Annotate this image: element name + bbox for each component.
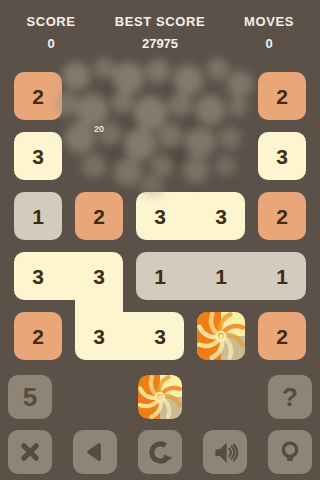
tile-number: 2: [93, 205, 105, 229]
restart-button[interactable]: [138, 430, 182, 474]
tile-number: 2: [276, 325, 288, 349]
speaker-icon: [212, 439, 239, 466]
back-triangle-icon: [82, 439, 108, 465]
tile-number: 1: [276, 265, 288, 289]
tile-number: 3: [215, 205, 227, 229]
undo-button[interactable]: [73, 430, 117, 474]
score-popup: 20: [94, 124, 104, 134]
tile-number: 3: [93, 325, 105, 349]
tile-number: 3: [154, 325, 166, 349]
help-button[interactable]: ?: [268, 375, 312, 419]
game-screen: SCORE 0 BEST SCORE 27975 MOVES 0 2233123…: [0, 0, 320, 480]
tile-number: 3: [32, 145, 44, 169]
tile-number: 3: [93, 265, 105, 289]
swirl-vortex-icon: [138, 375, 182, 419]
swirl-vortex-icon: [197, 312, 245, 360]
close-button[interactable]: [8, 430, 52, 474]
tile-number: 2: [32, 85, 44, 109]
tile-number: 3: [276, 145, 288, 169]
tile-number: 3: [154, 205, 166, 229]
sound-button[interactable]: [203, 430, 247, 474]
wildcard-button[interactable]: [138, 375, 182, 419]
five-counter-button[interactable]: 5: [8, 375, 52, 419]
refresh-icon: [147, 439, 174, 466]
tile-number: 1: [215, 265, 227, 289]
tile-number: 3: [32, 265, 44, 289]
tile-number: 1: [154, 265, 166, 289]
five-counter-label: 5: [23, 384, 37, 410]
tile-number: 2: [276, 85, 288, 109]
tile-number: 2: [276, 205, 288, 229]
lightbulb-icon: [277, 439, 303, 465]
help-question-icon: ?: [282, 384, 298, 410]
close-x-icon: [17, 439, 43, 465]
hint-button[interactable]: [268, 430, 312, 474]
tile-number: 1: [32, 205, 44, 229]
tile-number: 2: [32, 325, 44, 349]
